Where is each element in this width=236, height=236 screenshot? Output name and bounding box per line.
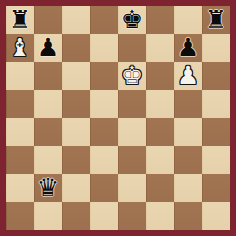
white-bishop-a7[interactable]: ♝ bbox=[9, 34, 31, 62]
square-b8[interactable] bbox=[34, 6, 62, 34]
square-g2[interactable] bbox=[174, 174, 202, 202]
square-c4[interactable] bbox=[62, 118, 90, 146]
square-d6[interactable] bbox=[90, 62, 118, 90]
square-g6[interactable]: ♟ bbox=[174, 62, 202, 90]
square-a5[interactable] bbox=[6, 90, 34, 118]
square-h3[interactable] bbox=[202, 146, 230, 174]
square-b5[interactable] bbox=[34, 90, 62, 118]
chess-board: ♜♚♜♝♟♟♚♟♛ bbox=[6, 6, 230, 230]
square-h6[interactable] bbox=[202, 62, 230, 90]
black-rook-h8[interactable]: ♜ bbox=[205, 6, 227, 34]
square-c7[interactable] bbox=[62, 34, 90, 62]
square-d2[interactable] bbox=[90, 174, 118, 202]
square-g3[interactable] bbox=[174, 146, 202, 174]
square-h1[interactable] bbox=[202, 202, 230, 230]
white-pawn-g6[interactable]: ♟ bbox=[177, 62, 199, 90]
square-e1[interactable] bbox=[118, 202, 146, 230]
square-b3[interactable] bbox=[34, 146, 62, 174]
square-c2[interactable] bbox=[62, 174, 90, 202]
square-a4[interactable] bbox=[6, 118, 34, 146]
square-g1[interactable] bbox=[174, 202, 202, 230]
square-g7[interactable]: ♟ bbox=[174, 34, 202, 62]
square-e5[interactable] bbox=[118, 90, 146, 118]
square-e2[interactable] bbox=[118, 174, 146, 202]
square-a2[interactable] bbox=[6, 174, 34, 202]
square-c5[interactable] bbox=[62, 90, 90, 118]
square-g5[interactable] bbox=[174, 90, 202, 118]
square-e7[interactable] bbox=[118, 34, 146, 62]
board-frame: ♜♚♜♝♟♟♚♟♛ bbox=[0, 0, 236, 236]
square-c8[interactable] bbox=[62, 6, 90, 34]
square-b2[interactable]: ♛ bbox=[34, 174, 62, 202]
square-d4[interactable] bbox=[90, 118, 118, 146]
square-d5[interactable] bbox=[90, 90, 118, 118]
square-c3[interactable] bbox=[62, 146, 90, 174]
square-f3[interactable] bbox=[146, 146, 174, 174]
square-a8[interactable]: ♜ bbox=[6, 6, 34, 34]
black-queen-b2[interactable]: ♛ bbox=[37, 174, 59, 202]
black-king-e8[interactable]: ♚ bbox=[121, 6, 143, 34]
square-b6[interactable] bbox=[34, 62, 62, 90]
square-f6[interactable] bbox=[146, 62, 174, 90]
square-h4[interactable] bbox=[202, 118, 230, 146]
square-h7[interactable] bbox=[202, 34, 230, 62]
square-a3[interactable] bbox=[6, 146, 34, 174]
square-h2[interactable] bbox=[202, 174, 230, 202]
square-c1[interactable] bbox=[62, 202, 90, 230]
square-f8[interactable] bbox=[146, 6, 174, 34]
white-king-e6[interactable]: ♚ bbox=[121, 62, 143, 90]
square-b7[interactable]: ♟ bbox=[34, 34, 62, 62]
square-f7[interactable] bbox=[146, 34, 174, 62]
square-d3[interactable] bbox=[90, 146, 118, 174]
square-a1[interactable] bbox=[6, 202, 34, 230]
black-rook-a8[interactable]: ♜ bbox=[9, 6, 31, 34]
black-pawn-b7[interactable]: ♟ bbox=[37, 34, 59, 62]
square-d1[interactable] bbox=[90, 202, 118, 230]
square-f4[interactable] bbox=[146, 118, 174, 146]
square-e3[interactable] bbox=[118, 146, 146, 174]
square-e4[interactable] bbox=[118, 118, 146, 146]
square-e6[interactable]: ♚ bbox=[118, 62, 146, 90]
square-a7[interactable]: ♝ bbox=[6, 34, 34, 62]
square-f2[interactable] bbox=[146, 174, 174, 202]
square-h8[interactable]: ♜ bbox=[202, 6, 230, 34]
square-f1[interactable] bbox=[146, 202, 174, 230]
square-g8[interactable] bbox=[174, 6, 202, 34]
square-d8[interactable] bbox=[90, 6, 118, 34]
square-e8[interactable]: ♚ bbox=[118, 6, 146, 34]
square-g4[interactable] bbox=[174, 118, 202, 146]
black-pawn-g7[interactable]: ♟ bbox=[177, 34, 199, 62]
square-b1[interactable] bbox=[34, 202, 62, 230]
square-h5[interactable] bbox=[202, 90, 230, 118]
square-a6[interactable] bbox=[6, 62, 34, 90]
square-b4[interactable] bbox=[34, 118, 62, 146]
square-d7[interactable] bbox=[90, 34, 118, 62]
square-c6[interactable] bbox=[62, 62, 90, 90]
square-f5[interactable] bbox=[146, 90, 174, 118]
